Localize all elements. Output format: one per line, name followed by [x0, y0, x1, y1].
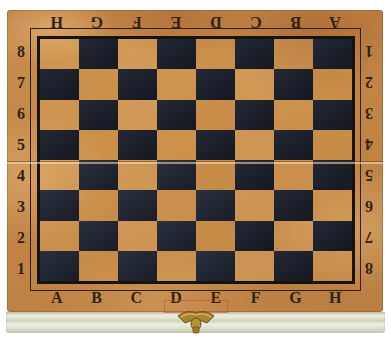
square-a4[interactable]: [40, 160, 79, 190]
square-e5[interactable]: [196, 130, 235, 160]
file-label-top-e: E: [156, 11, 196, 33]
square-e7[interactable]: [196, 69, 235, 99]
square-f6[interactable]: [235, 100, 274, 130]
square-a5[interactable]: [40, 130, 79, 160]
square-b6[interactable]: [79, 100, 118, 130]
rank-label-left-2: 2: [9, 222, 33, 253]
square-c3[interactable]: [118, 190, 157, 220]
square-a3[interactable]: [40, 190, 79, 220]
square-e6[interactable]: [196, 100, 235, 130]
square-f1[interactable]: [235, 251, 274, 281]
square-e4[interactable]: [196, 160, 235, 190]
square-d7[interactable]: [157, 69, 196, 99]
square-c5[interactable]: [118, 130, 157, 160]
file-label-top-d: D: [196, 11, 236, 33]
square-a8[interactable]: [40, 39, 79, 69]
rank-label-left-7: 7: [9, 67, 33, 98]
rank-label-left-4: 4: [9, 160, 33, 191]
file-label-bottom-a: A: [37, 287, 77, 309]
square-a1[interactable]: [40, 251, 79, 281]
brass-latch-icon: [173, 307, 219, 335]
square-b2[interactable]: [79, 221, 118, 251]
rank-label-right-4: 4: [357, 129, 381, 160]
square-d3[interactable]: [157, 190, 196, 220]
square-h2[interactable]: [313, 221, 352, 251]
rank-label-left-3: 3: [9, 191, 33, 222]
square-c2[interactable]: [118, 221, 157, 251]
rank-label-right-3: 3: [357, 98, 381, 129]
square-f7[interactable]: [235, 69, 274, 99]
square-d4[interactable]: [157, 160, 196, 190]
square-h1[interactable]: [313, 251, 352, 281]
square-d5[interactable]: [157, 130, 196, 160]
square-c6[interactable]: [118, 100, 157, 130]
rank-label-right-1: 1: [357, 36, 381, 67]
square-g6[interactable]: [274, 100, 313, 130]
square-e8[interactable]: [196, 39, 235, 69]
square-b1[interactable]: [79, 251, 118, 281]
file-label-top-b: B: [276, 11, 316, 33]
square-b8[interactable]: [79, 39, 118, 69]
square-g1[interactable]: [274, 251, 313, 281]
rank-labels-right: 12345678: [357, 36, 381, 284]
file-label-bottom-g: G: [276, 287, 316, 309]
rank-label-left-8: 8: [9, 36, 33, 67]
file-label-bottom-d: D: [156, 287, 196, 309]
rank-label-right-2: 2: [357, 67, 381, 98]
square-g3[interactable]: [274, 190, 313, 220]
square-h8[interactable]: [313, 39, 352, 69]
file-label-bottom-b: B: [77, 287, 117, 309]
square-c4[interactable]: [118, 160, 157, 190]
file-label-bottom-c: C: [117, 287, 157, 309]
file-label-top-h: H: [37, 11, 77, 33]
square-d1[interactable]: [157, 251, 196, 281]
square-g7[interactable]: [274, 69, 313, 99]
rank-label-right-6: 6: [357, 191, 381, 222]
square-c1[interactable]: [118, 251, 157, 281]
square-e1[interactable]: [196, 251, 235, 281]
file-label-top-g: G: [77, 11, 117, 33]
square-a2[interactable]: [40, 221, 79, 251]
rank-label-left-1: 1: [9, 253, 33, 284]
board-frame: [37, 36, 355, 284]
square-h5[interactable]: [313, 130, 352, 160]
square-f2[interactable]: [235, 221, 274, 251]
square-a6[interactable]: [40, 100, 79, 130]
photo: HGFEDCBA ABCDEFGH 87654321 12345678: [0, 0, 391, 340]
square-f8[interactable]: [235, 39, 274, 69]
square-c7[interactable]: [118, 69, 157, 99]
square-f5[interactable]: [235, 130, 274, 160]
square-g4[interactable]: [274, 160, 313, 190]
square-b4[interactable]: [79, 160, 118, 190]
file-label-top-a: A: [315, 11, 355, 33]
square-h3[interactable]: [313, 190, 352, 220]
file-labels-top: HGFEDCBA: [37, 11, 355, 33]
square-e2[interactable]: [196, 221, 235, 251]
square-b5[interactable]: [79, 130, 118, 160]
square-f4[interactable]: [235, 160, 274, 190]
square-g5[interactable]: [274, 130, 313, 160]
square-h7[interactable]: [313, 69, 352, 99]
square-h4[interactable]: [313, 160, 352, 190]
square-b3[interactable]: [79, 190, 118, 220]
rank-label-left-5: 5: [9, 129, 33, 160]
square-b7[interactable]: [79, 69, 118, 99]
file-label-top-f: F: [117, 11, 157, 33]
rank-label-right-8: 8: [357, 253, 381, 284]
square-c8[interactable]: [118, 39, 157, 69]
square-e3[interactable]: [196, 190, 235, 220]
file-label-bottom-e: E: [196, 287, 236, 309]
rank-label-right-5: 5: [357, 160, 381, 191]
square-d8[interactable]: [157, 39, 196, 69]
file-labels-bottom: ABCDEFGH: [37, 287, 355, 309]
file-label-bottom-f: F: [236, 287, 276, 309]
chess-board: HGFEDCBA ABCDEFGH 87654321 12345678: [7, 10, 383, 312]
square-a7[interactable]: [40, 69, 79, 99]
file-label-bottom-h: H: [315, 287, 355, 309]
rank-label-left-6: 6: [9, 98, 33, 129]
rank-labels-left: 87654321: [9, 36, 33, 284]
file-label-top-c: C: [236, 11, 276, 33]
square-h6[interactable]: [313, 100, 352, 130]
square-g2[interactable]: [274, 221, 313, 251]
square-d6[interactable]: [157, 100, 196, 130]
square-f3[interactable]: [235, 190, 274, 220]
square-d2[interactable]: [157, 221, 196, 251]
square-g8[interactable]: [274, 39, 313, 69]
rank-label-right-7: 7: [357, 222, 381, 253]
board-grid: [40, 39, 352, 281]
